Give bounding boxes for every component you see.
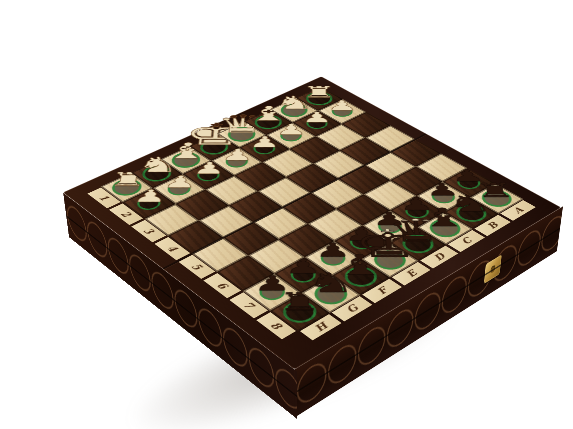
black-rook-glyph: ♜ [278,289,322,314]
square-f7[interactable]: ♟ [305,241,362,276]
square-h6[interactable] [217,255,274,291]
felt-base [368,247,413,274]
square-g5[interactable] [223,222,278,255]
white-pawn-glyph: ♟ [132,187,169,204]
square-g7[interactable]: ♟ [274,257,332,293]
black-knight-glyph: ♞ [306,269,355,296]
carved-oval-icon [128,248,152,297]
carved-oval-icon [85,216,108,264]
black-pawn-glyph: ♟ [315,240,351,259]
carved-oval-icon [173,283,198,334]
carved-oval-icon [65,200,88,247]
black-pawn-glyph: ♟ [253,273,291,294]
square-f5[interactable] [253,207,308,239]
felt-base [286,264,321,286]
black-pawn-glyph: ♟ [285,256,322,276]
black-king-glyph: ♚ [352,225,426,263]
carved-oval-icon [516,225,543,272]
carved-oval-icon [540,211,564,257]
square-g4[interactable] [199,206,253,238]
square-f6[interactable] [279,224,335,257]
carved-oval-icon [562,206,563,242]
carved-oval-icon [150,265,175,315]
felt-base [254,281,290,304]
felt-base [316,248,351,269]
square-g6[interactable] [248,239,305,273]
black-bishop-glyph: ♝ [334,251,386,279]
product-photo-scene: 12345678 HGFEDCBA ♜♞♝♚♛♝♞♜♟♟♟♟♟♟♟♟♟♟♟♟♟♟… [0,0,573,429]
carved-oval-icon [106,232,130,280]
